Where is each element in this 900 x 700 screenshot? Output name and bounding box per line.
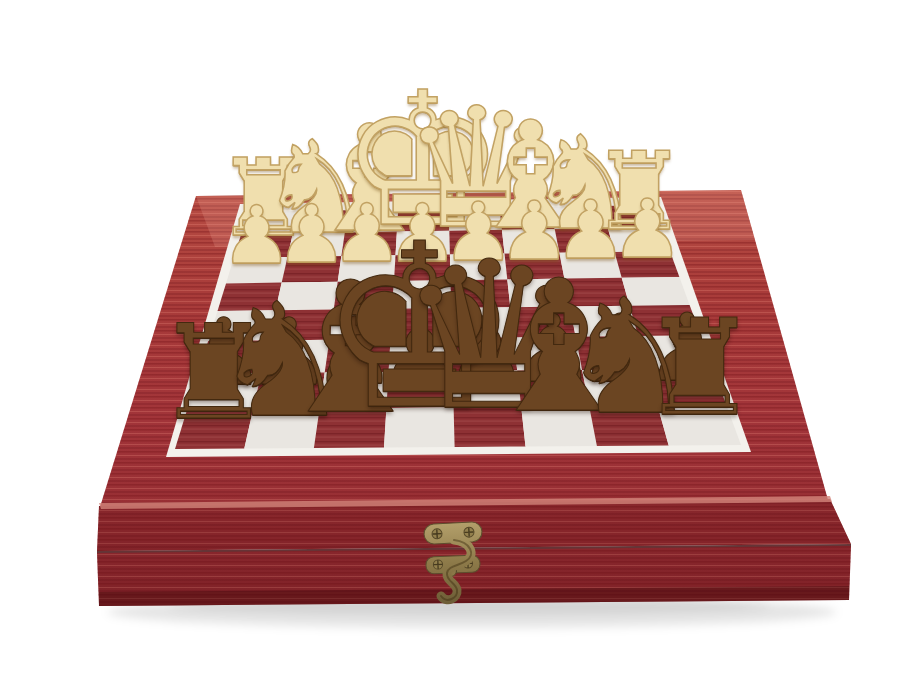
piece-black-rook-a8[interactable]: ♜ — [640, 302, 759, 435]
chess-box-scene: ♜♞♝♚♛♝♞♜♟♟♟♟♟♟♟♟♟♟♟♟♟♟♟♟♜♞♝♚♛♝♞♜ — [0, 0, 900, 700]
